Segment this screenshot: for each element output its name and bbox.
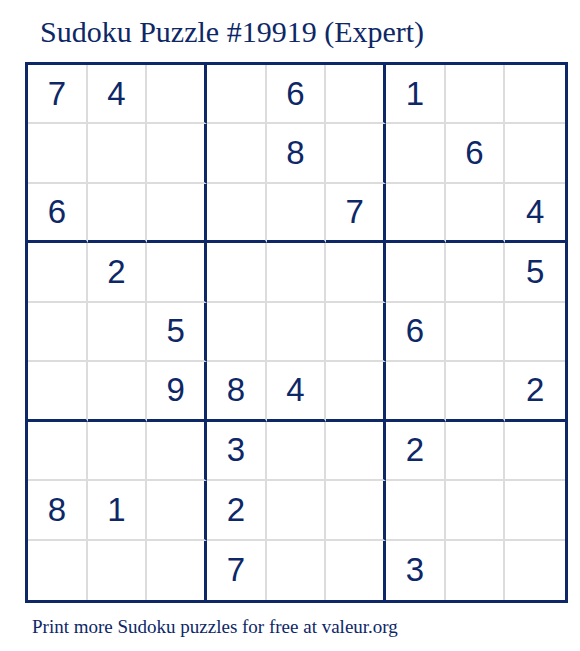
cell-r1c8[interactable] xyxy=(446,65,506,124)
cell-r7c1[interactable] xyxy=(28,422,88,481)
cell-r4c8[interactable] xyxy=(446,243,506,302)
cell-r8c9[interactable] xyxy=(505,481,565,540)
cell-r1c4[interactable] xyxy=(207,65,267,124)
cell-r6c8[interactable] xyxy=(446,362,506,421)
cell-r1c9[interactable] xyxy=(505,65,565,124)
cell-r3c3[interactable] xyxy=(147,184,207,243)
cell-r4c7[interactable] xyxy=(386,243,446,302)
cell-r9c4[interactable]: 7 xyxy=(207,541,267,600)
cell-r5c9[interactable] xyxy=(505,303,565,362)
cell-r2c5[interactable]: 8 xyxy=(267,124,327,183)
cell-r1c2[interactable]: 4 xyxy=(88,65,148,124)
cell-r5c1[interactable] xyxy=(28,303,88,362)
cell-r5c8[interactable] xyxy=(446,303,506,362)
cell-r3c1[interactable]: 6 xyxy=(28,184,88,243)
cell-r1c5[interactable]: 6 xyxy=(267,65,327,124)
cell-r2c7[interactable] xyxy=(386,124,446,183)
cell-r4c1[interactable] xyxy=(28,243,88,302)
cell-r6c1[interactable] xyxy=(28,362,88,421)
cell-r9c7[interactable]: 3 xyxy=(386,541,446,600)
cell-r6c5[interactable]: 4 xyxy=(267,362,327,421)
cell-r1c3[interactable] xyxy=(147,65,207,124)
cell-r2c1[interactable] xyxy=(28,124,88,183)
cell-r4c3[interactable] xyxy=(147,243,207,302)
cell-r7c7[interactable]: 2 xyxy=(386,422,446,481)
cell-r9c5[interactable] xyxy=(267,541,327,600)
cell-r5c2[interactable] xyxy=(88,303,148,362)
cell-r1c1[interactable]: 7 xyxy=(28,65,88,124)
cell-r6c3[interactable]: 9 xyxy=(147,362,207,421)
cell-r2c4[interactable] xyxy=(207,124,267,183)
cell-r7c6[interactable] xyxy=(326,422,386,481)
cell-r7c3[interactable] xyxy=(147,422,207,481)
cell-r3c5[interactable] xyxy=(267,184,327,243)
cell-r3c8[interactable] xyxy=(446,184,506,243)
sudoku-page: Sudoku Puzzle #19919 (Expert) 7461866742… xyxy=(0,14,580,638)
footer-text: Print more Sudoku puzzles for free at va… xyxy=(32,616,580,638)
cell-r2c2[interactable] xyxy=(88,124,148,183)
cell-r7c2[interactable] xyxy=(88,422,148,481)
cell-r3c7[interactable] xyxy=(386,184,446,243)
page-title: Sudoku Puzzle #19919 (Expert) xyxy=(40,14,580,50)
cell-r2c3[interactable] xyxy=(147,124,207,183)
cell-r8c7[interactable] xyxy=(386,481,446,540)
cell-r2c9[interactable] xyxy=(505,124,565,183)
cell-r8c1[interactable]: 8 xyxy=(28,481,88,540)
cell-r8c8[interactable] xyxy=(446,481,506,540)
cell-r2c6[interactable] xyxy=(326,124,386,183)
cell-r3c6[interactable]: 7 xyxy=(326,184,386,243)
cell-r3c4[interactable] xyxy=(207,184,267,243)
cell-r8c4[interactable]: 2 xyxy=(207,481,267,540)
cell-r9c3[interactable] xyxy=(147,541,207,600)
cell-r4c5[interactable] xyxy=(267,243,327,302)
cell-r2c8[interactable]: 6 xyxy=(446,124,506,183)
cell-r5c4[interactable] xyxy=(207,303,267,362)
cell-r8c3[interactable] xyxy=(147,481,207,540)
cell-r6c2[interactable] xyxy=(88,362,148,421)
cell-r5c3[interactable]: 5 xyxy=(147,303,207,362)
cell-r6c9[interactable]: 2 xyxy=(505,362,565,421)
cell-r4c9[interactable]: 5 xyxy=(505,243,565,302)
cell-r5c6[interactable] xyxy=(326,303,386,362)
cell-r6c4[interactable]: 8 xyxy=(207,362,267,421)
cell-r7c4[interactable]: 3 xyxy=(207,422,267,481)
cell-r3c2[interactable] xyxy=(88,184,148,243)
cell-r7c9[interactable] xyxy=(505,422,565,481)
cell-r3c9[interactable]: 4 xyxy=(505,184,565,243)
cell-r1c7[interactable]: 1 xyxy=(386,65,446,124)
cell-r1c6[interactable] xyxy=(326,65,386,124)
cell-r9c1[interactable] xyxy=(28,541,88,600)
cell-r8c5[interactable] xyxy=(267,481,327,540)
cell-r4c2[interactable]: 2 xyxy=(88,243,148,302)
cell-r9c2[interactable] xyxy=(88,541,148,600)
sudoku-board: 746186674255698423281273 xyxy=(25,62,568,603)
cell-r8c6[interactable] xyxy=(326,481,386,540)
cell-r6c6[interactable] xyxy=(326,362,386,421)
cell-r9c9[interactable] xyxy=(505,541,565,600)
cell-r9c6[interactable] xyxy=(326,541,386,600)
cell-r7c8[interactable] xyxy=(446,422,506,481)
cell-r4c4[interactable] xyxy=(207,243,267,302)
cell-r9c8[interactable] xyxy=(446,541,506,600)
cell-r8c2[interactable]: 1 xyxy=(88,481,148,540)
cell-r7c5[interactable] xyxy=(267,422,327,481)
cell-r5c7[interactable]: 6 xyxy=(386,303,446,362)
cell-r6c7[interactable] xyxy=(386,362,446,421)
cell-r4c6[interactable] xyxy=(326,243,386,302)
cell-r5c5[interactable] xyxy=(267,303,327,362)
